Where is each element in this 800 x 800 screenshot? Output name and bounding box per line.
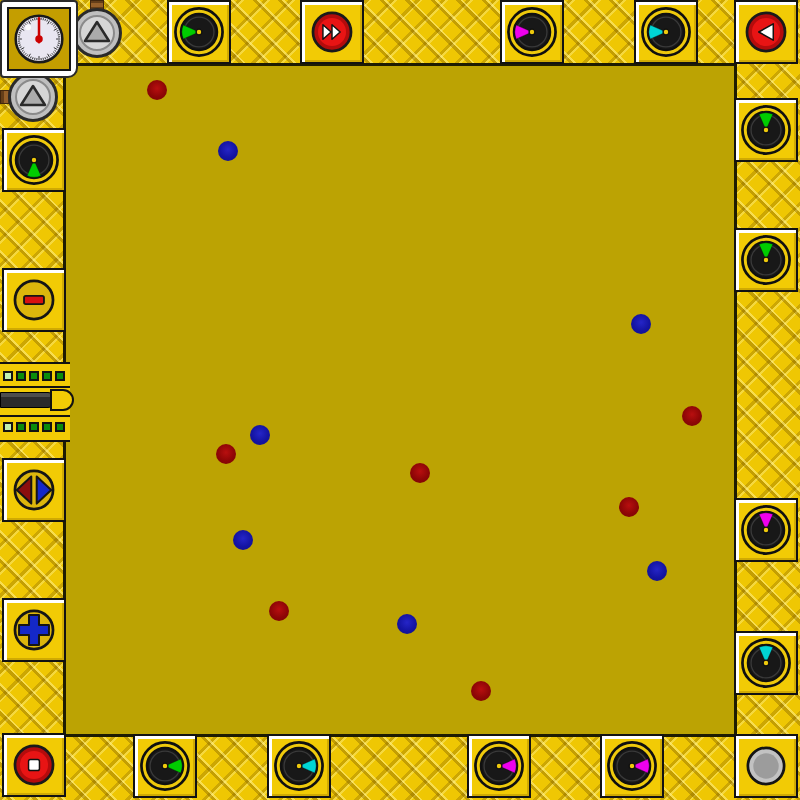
dial-knob-icon bbox=[637, 3, 695, 61]
dial-left-1[interactable] bbox=[2, 128, 66, 192]
led-indicator bbox=[16, 371, 26, 381]
left-right-arrows-icon bbox=[5, 461, 63, 519]
btn-blank-corner[interactable] bbox=[734, 734, 798, 798]
panel-divider bbox=[0, 415, 70, 417]
dial-bottom-3[interactable] bbox=[467, 734, 531, 798]
panel-divider bbox=[0, 386, 70, 388]
led-indicator bbox=[16, 422, 26, 432]
dial-right-1[interactable] bbox=[734, 98, 798, 162]
dial-knob-icon bbox=[136, 737, 194, 795]
stop-icon bbox=[5, 736, 63, 794]
plus-icon bbox=[5, 601, 63, 659]
dial-right-3[interactable] bbox=[734, 498, 798, 562]
red-marble bbox=[410, 463, 430, 483]
blue-marble bbox=[397, 614, 417, 634]
blue-marble bbox=[631, 314, 651, 334]
dial-top-2[interactable] bbox=[500, 0, 564, 64]
blue-marble bbox=[218, 141, 238, 161]
btn-fast-forward[interactable] bbox=[300, 0, 364, 64]
pressure-gauge-icon bbox=[9, 8, 69, 70]
red-marble bbox=[216, 444, 236, 464]
red-marble bbox=[269, 601, 289, 621]
release-valve-icon bbox=[7, 71, 59, 123]
dial-right-4[interactable] bbox=[734, 631, 798, 695]
blue-marble bbox=[233, 530, 253, 550]
led-indicator bbox=[3, 371, 13, 381]
led-indicator bbox=[3, 422, 13, 432]
blank-button-icon bbox=[737, 737, 795, 795]
dial-knob-icon bbox=[170, 3, 228, 61]
minus-icon bbox=[5, 271, 63, 329]
led-strip-bottom bbox=[3, 422, 65, 432]
dial-top-3[interactable] bbox=[634, 0, 698, 64]
blue-marble bbox=[647, 561, 667, 581]
dial-knob-icon bbox=[603, 737, 661, 795]
red-marble bbox=[682, 406, 702, 426]
led-indicator bbox=[42, 371, 52, 381]
rewind-icon bbox=[737, 3, 795, 61]
btn-rewind[interactable] bbox=[734, 0, 798, 64]
red-marble bbox=[619, 497, 639, 517]
dial-knob-icon bbox=[737, 101, 795, 159]
fast-forward-icon bbox=[303, 3, 361, 61]
slider-track bbox=[0, 392, 56, 408]
led-indicator bbox=[55, 422, 65, 432]
led-indicator bbox=[42, 422, 52, 432]
btn-left-right[interactable] bbox=[2, 458, 66, 522]
dial-knob-icon bbox=[503, 3, 561, 61]
dial-right-2[interactable] bbox=[734, 228, 798, 292]
dial-knob-icon bbox=[737, 501, 795, 559]
valve-left[interactable] bbox=[7, 71, 59, 123]
dial-top-1[interactable] bbox=[167, 0, 231, 64]
machine-frame bbox=[0, 0, 800, 800]
blue-marble bbox=[250, 425, 270, 445]
led-indicator bbox=[55, 371, 65, 381]
simulation-arena bbox=[63, 63, 737, 737]
led-strip-top bbox=[3, 371, 65, 381]
btn-plus[interactable] bbox=[2, 598, 66, 662]
dial-knob-icon bbox=[737, 231, 795, 289]
dial-knob-icon bbox=[737, 634, 795, 692]
led-indicator bbox=[29, 371, 39, 381]
dial-knob-icon bbox=[5, 131, 63, 189]
release-valve-icon bbox=[71, 7, 123, 59]
valve-top[interactable] bbox=[71, 7, 123, 59]
btn-minus[interactable] bbox=[2, 268, 66, 332]
indicator-panel bbox=[0, 362, 70, 442]
red-marble bbox=[147, 80, 167, 100]
slider-handle[interactable] bbox=[50, 389, 74, 411]
dial-knob-icon bbox=[470, 737, 528, 795]
pressure-gauge-panel bbox=[7, 7, 71, 71]
dial-bottom-1[interactable] bbox=[133, 734, 197, 798]
dial-knob-icon bbox=[270, 737, 328, 795]
dial-bottom-2[interactable] bbox=[267, 734, 331, 798]
btn-stop[interactable] bbox=[2, 733, 66, 797]
led-indicator bbox=[29, 422, 39, 432]
pressure-gauge-frame bbox=[0, 0, 78, 78]
red-marble bbox=[471, 681, 491, 701]
dial-bottom-4[interactable] bbox=[600, 734, 664, 798]
